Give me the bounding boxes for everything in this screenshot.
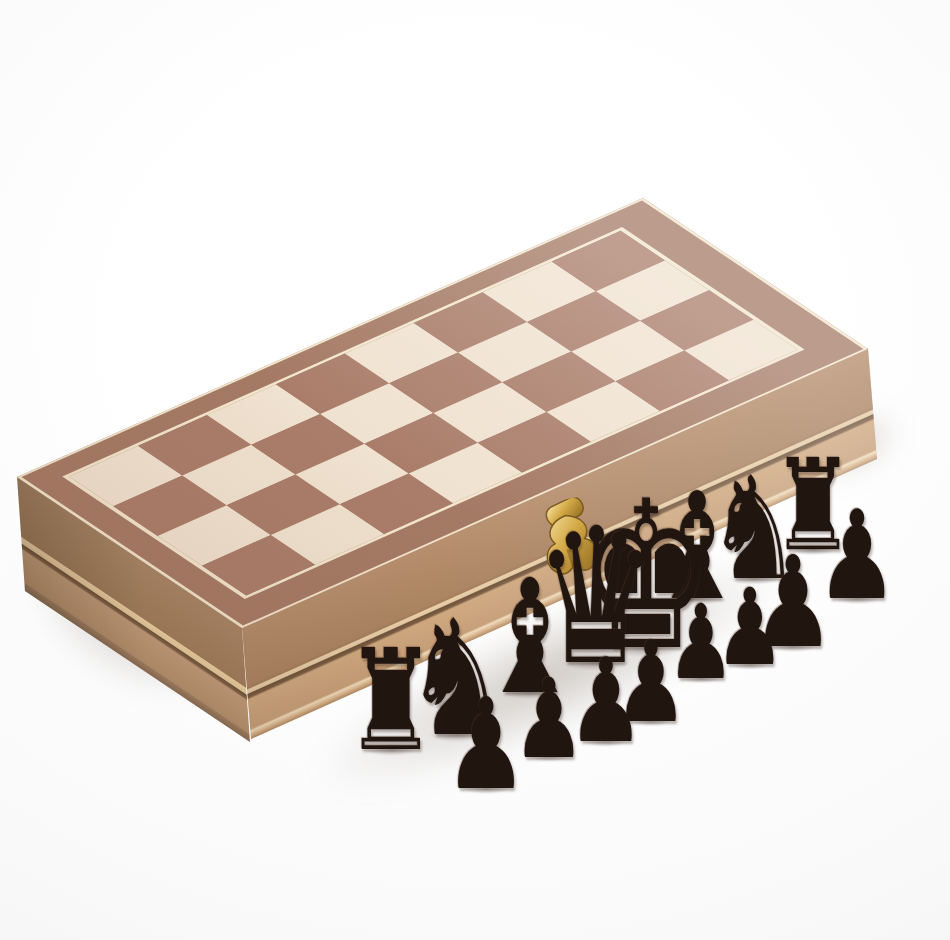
black-pawn-1-glyph: ♟ [444, 682, 528, 808]
black-rook-queenside-glyph: ♜ [345, 631, 438, 771]
chess-box-product-photo: ♜♞♝♟♟♚♛♟♟♝♟♞♟♜♟♟ [0, 0, 950, 940]
